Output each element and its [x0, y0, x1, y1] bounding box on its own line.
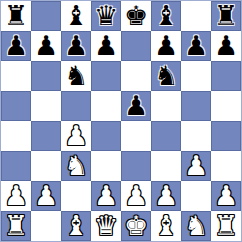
black-pawn-piece[interactable]: ♟ [34, 31, 58, 61]
white-pawn-piece[interactable]: ♟ [64, 121, 88, 151]
square-f5[interactable] [151, 91, 181, 121]
black-knight-piece[interactable]: ♞ [154, 61, 178, 91]
black-pawn-piece[interactable]: ♟ [4, 31, 28, 61]
square-b5[interactable] [31, 91, 61, 121]
square-b8[interactable] [31, 1, 61, 31]
black-pawn-piece[interactable]: ♟ [214, 31, 238, 61]
black-pawn-piece[interactable]: ♟ [124, 91, 148, 121]
white-pawn-piece[interactable]: ♟ [34, 181, 58, 211]
square-a8[interactable]: ♜ [1, 1, 31, 31]
square-c4[interactable]: ♟ [61, 121, 91, 151]
square-h3[interactable] [211, 151, 241, 181]
square-g1[interactable]: ♞ [181, 211, 211, 241]
square-d6[interactable] [91, 61, 121, 91]
white-pawn-piece[interactable]: ♟ [214, 181, 238, 211]
square-a3[interactable] [1, 151, 31, 181]
square-f6[interactable]: ♞ [151, 61, 181, 91]
square-a7[interactable]: ♟ [1, 31, 31, 61]
square-d2[interactable]: ♟ [91, 181, 121, 211]
square-d7[interactable]: ♟ [91, 31, 121, 61]
square-c7[interactable]: ♟ [61, 31, 91, 61]
square-d5[interactable] [91, 91, 121, 121]
square-d8[interactable]: ♛ [91, 1, 121, 31]
square-a5[interactable] [1, 91, 31, 121]
square-b7[interactable]: ♟ [31, 31, 61, 61]
white-knight-piece[interactable]: ♞ [64, 151, 88, 181]
square-g8[interactable] [181, 1, 211, 31]
black-bishop-piece[interactable]: ♝ [64, 1, 88, 31]
square-h2[interactable]: ♟ [211, 181, 241, 211]
white-pawn-piece[interactable]: ♟ [124, 181, 148, 211]
square-b2[interactable]: ♟ [31, 181, 61, 211]
square-c2[interactable] [61, 181, 91, 211]
square-b3[interactable] [31, 151, 61, 181]
square-h8[interactable]: ♜ [211, 1, 241, 31]
square-e3[interactable] [121, 151, 151, 181]
square-h6[interactable] [211, 61, 241, 91]
white-pawn-piece[interactable]: ♟ [184, 151, 208, 181]
square-c6[interactable]: ♞ [61, 61, 91, 91]
white-pawn-piece[interactable]: ♟ [4, 181, 28, 211]
square-b4[interactable] [31, 121, 61, 151]
square-e6[interactable] [121, 61, 151, 91]
square-e2[interactable]: ♟ [121, 181, 151, 211]
square-f8[interactable]: ♝ [151, 1, 181, 31]
square-g6[interactable] [181, 61, 211, 91]
black-queen-piece[interactable]: ♛ [94, 1, 118, 31]
square-f1[interactable]: ♝ [151, 211, 181, 241]
square-f4[interactable] [151, 121, 181, 151]
black-pawn-piece[interactable]: ♟ [154, 31, 178, 61]
square-e4[interactable] [121, 121, 151, 151]
square-h4[interactable] [211, 121, 241, 151]
square-b1[interactable] [31, 211, 61, 241]
square-a4[interactable] [1, 121, 31, 151]
square-h7[interactable]: ♟ [211, 31, 241, 61]
white-queen-piece[interactable]: ♛ [94, 211, 118, 241]
black-bishop-piece[interactable]: ♝ [154, 1, 178, 31]
square-e7[interactable] [121, 31, 151, 61]
square-f2[interactable]: ♟ [151, 181, 181, 211]
square-a1[interactable]: ♜ [1, 211, 31, 241]
white-pawn-piece[interactable]: ♟ [154, 181, 178, 211]
square-g2[interactable] [181, 181, 211, 211]
white-pawn-piece[interactable]: ♟ [94, 181, 118, 211]
square-g4[interactable] [181, 121, 211, 151]
black-pawn-piece[interactable]: ♟ [94, 31, 118, 61]
square-b6[interactable] [31, 61, 61, 91]
chess-board: ♜♝♛♚♝♜♟♟♟♟♟♟♟♞♞♟♟♞♟♟♟♟♟♟♟♜♝♛♚♝♞♜ [0, 0, 242, 242]
black-pawn-piece[interactable]: ♟ [184, 31, 208, 61]
white-bishop-piece[interactable]: ♝ [154, 211, 178, 241]
white-rook-piece[interactable]: ♜ [4, 211, 28, 241]
black-rook-piece[interactable]: ♜ [214, 1, 238, 31]
square-e1[interactable]: ♚ [121, 211, 151, 241]
white-rook-piece[interactable]: ♜ [214, 211, 238, 241]
square-a6[interactable] [1, 61, 31, 91]
square-h1[interactable]: ♜ [211, 211, 241, 241]
square-d1[interactable]: ♛ [91, 211, 121, 241]
square-e8[interactable]: ♚ [121, 1, 151, 31]
white-knight-piece[interactable]: ♞ [184, 211, 208, 241]
square-g7[interactable]: ♟ [181, 31, 211, 61]
square-f7[interactable]: ♟ [151, 31, 181, 61]
square-c3[interactable]: ♞ [61, 151, 91, 181]
black-rook-piece[interactable]: ♜ [4, 1, 28, 31]
square-c5[interactable] [61, 91, 91, 121]
white-king-piece[interactable]: ♚ [124, 211, 148, 241]
black-pawn-piece[interactable]: ♟ [64, 31, 88, 61]
square-a2[interactable]: ♟ [1, 181, 31, 211]
white-bishop-piece[interactable]: ♝ [64, 211, 88, 241]
square-c8[interactable]: ♝ [61, 1, 91, 31]
square-h5[interactable] [211, 91, 241, 121]
square-d3[interactable] [91, 151, 121, 181]
chess-board-container: ♜♝♛♚♝♜♟♟♟♟♟♟♟♞♞♟♟♞♟♟♟♟♟♟♟♜♝♛♚♝♞♜ [0, 0, 242, 242]
square-g5[interactable] [181, 91, 211, 121]
square-e5[interactable]: ♟ [121, 91, 151, 121]
square-f3[interactable] [151, 151, 181, 181]
black-king-piece[interactable]: ♚ [124, 1, 148, 31]
black-knight-piece[interactable]: ♞ [64, 61, 88, 91]
square-g3[interactable]: ♟ [181, 151, 211, 181]
square-c1[interactable]: ♝ [61, 211, 91, 241]
square-d4[interactable] [91, 121, 121, 151]
